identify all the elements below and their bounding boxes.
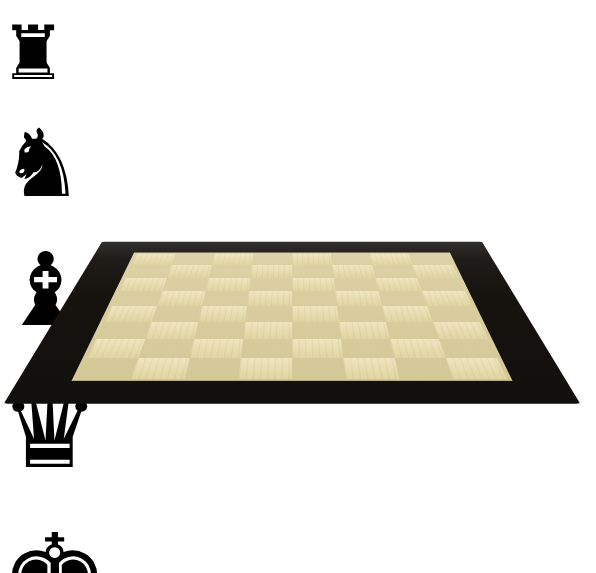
piece-shadow: [0, 97, 54, 109]
square-g7[interactable]: [372, 265, 417, 278]
board-grid: [77, 254, 506, 379]
square-c2[interactable]: [190, 339, 243, 358]
square-b3[interactable]: [145, 322, 198, 339]
square-g8[interactable]: [369, 254, 412, 266]
square-h6[interactable]: [417, 278, 465, 292]
square-f3[interactable]: [339, 322, 390, 339]
square-c1[interactable]: [185, 358, 241, 379]
square-a6[interactable]: [119, 278, 167, 292]
square-d6[interactable]: [249, 278, 292, 292]
square-h2[interactable]: [439, 339, 497, 358]
square-d4[interactable]: [245, 306, 292, 322]
square-b4[interactable]: [151, 306, 202, 322]
square-a8[interactable]: [131, 254, 175, 266]
square-e7[interactable]: [292, 265, 334, 278]
square-c7[interactable]: [209, 265, 252, 278]
square-c4[interactable]: [198, 306, 247, 322]
square-b2[interactable]: [138, 339, 194, 358]
square-h3[interactable]: [433, 322, 488, 339]
piece-shadow: [0, 493, 71, 509]
square-h4[interactable]: [427, 306, 480, 322]
square-d7[interactable]: [250, 265, 292, 278]
square-c6[interactable]: [205, 278, 250, 292]
piece-shadow: [0, 0, 43, 10]
square-c3[interactable]: [194, 322, 245, 339]
square-e6[interactable]: [292, 278, 335, 292]
square-e3[interactable]: [292, 322, 341, 339]
square-a5[interactable]: [112, 291, 162, 306]
square-g6[interactable]: [375, 278, 421, 292]
piece-black-king-e8[interactable]: ♚: [0, 508, 244, 573]
square-g3[interactable]: [386, 322, 439, 339]
square-f4[interactable]: [337, 306, 386, 322]
square-f1[interactable]: [343, 358, 399, 379]
square-c8[interactable]: [212, 254, 254, 266]
square-b8[interactable]: [172, 254, 215, 266]
square-g5[interactable]: [379, 291, 427, 306]
square-b6[interactable]: [162, 278, 208, 292]
square-g1[interactable]: [394, 358, 453, 379]
square-a3[interactable]: [96, 322, 151, 339]
square-e2[interactable]: [292, 339, 343, 358]
piece-black-knight-b8[interactable]: ♞: [0, 109, 188, 218]
square-d3[interactable]: [243, 322, 292, 339]
square-f7[interactable]: [332, 265, 375, 278]
square-e1[interactable]: [292, 358, 346, 379]
square-d2[interactable]: [241, 339, 292, 358]
square-g2[interactable]: [390, 339, 446, 358]
chess-board: [4, 242, 581, 404]
square-a2[interactable]: [87, 339, 145, 358]
square-e4[interactable]: [292, 306, 339, 322]
square-a1[interactable]: [77, 358, 138, 379]
square-f8[interactable]: [331, 254, 373, 266]
chess-set-photo: ♜♞♝♛♚♝♞♜♟♟♟♟♟♟♟♟♟♟♟♟♟♟♟♟♜♞♝♛♚♝♞♜ rnbqkbn…: [0, 0, 596, 573]
square-f6[interactable]: [334, 278, 379, 292]
square-b7[interactable]: [167, 265, 212, 278]
square-a4[interactable]: [104, 306, 157, 322]
square-f2[interactable]: [341, 339, 394, 358]
square-e5[interactable]: [292, 291, 337, 306]
square-b5[interactable]: [157, 291, 205, 306]
square-a7[interactable]: [125, 265, 171, 278]
square-e8[interactable]: [292, 254, 332, 266]
square-d1[interactable]: [238, 358, 292, 379]
piece-shadow: [0, 218, 59, 231]
square-g4[interactable]: [382, 306, 433, 322]
square-b1[interactable]: [131, 358, 190, 379]
piece-black-rook-a8[interactable]: ♜: [0, 10, 149, 97]
square-h7[interactable]: [412, 265, 458, 278]
square-h8[interactable]: [408, 254, 452, 266]
square-c5[interactable]: [202, 291, 249, 306]
square-h5[interactable]: [422, 291, 472, 306]
square-d8[interactable]: [252, 254, 292, 266]
square-f5[interactable]: [335, 291, 382, 306]
square-d5[interactable]: [247, 291, 292, 306]
square-h1[interactable]: [446, 358, 507, 379]
